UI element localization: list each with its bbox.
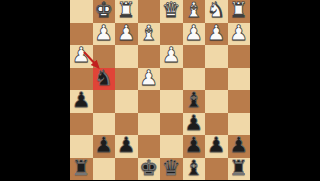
square-h5: ♟ xyxy=(70,90,93,113)
square-h6 xyxy=(70,113,93,136)
white-pawn: ♟ xyxy=(229,22,248,44)
video-frame: ♚♜♛♝♞♜♟♟♝♟♟♟♟♟♞♟♟♝♟♟♟♟♟♟♜♚♛♝♜ xyxy=(0,0,320,180)
black-pawn: ♟ xyxy=(117,134,136,156)
square-b1: ♞ xyxy=(205,0,228,23)
black-queen: ♛ xyxy=(162,157,181,179)
square-f2: ♟ xyxy=(115,23,138,46)
square-b2: ♟ xyxy=(205,23,228,46)
white-rook: ♜ xyxy=(117,0,136,21)
square-b8 xyxy=(205,158,228,181)
square-f5 xyxy=(115,90,138,113)
square-e4: ♟ xyxy=(138,68,161,91)
black-pawn: ♟ xyxy=(207,134,226,156)
black-pawn: ♟ xyxy=(229,134,248,156)
square-c4 xyxy=(183,68,206,91)
square-f7: ♟ xyxy=(115,135,138,158)
left-letterbox-bar xyxy=(0,0,70,180)
square-h3: ♟ xyxy=(70,45,93,68)
square-g2: ♟ xyxy=(93,23,116,46)
square-c6: ♟ xyxy=(183,113,206,136)
square-g8 xyxy=(93,158,116,181)
square-b7: ♟ xyxy=(205,135,228,158)
white-queen: ♛ xyxy=(162,0,181,21)
black-bishop: ♝ xyxy=(184,89,203,111)
square-g7: ♟ xyxy=(93,135,116,158)
square-a5 xyxy=(228,90,251,113)
square-d6 xyxy=(160,113,183,136)
right-letterbox-bar xyxy=(250,0,320,180)
square-d1: ♛ xyxy=(160,0,183,23)
square-c2: ♟ xyxy=(183,23,206,46)
black-pawn: ♟ xyxy=(184,134,203,156)
white-pawn: ♟ xyxy=(72,44,91,66)
square-a7: ♟ xyxy=(228,135,251,158)
square-e6 xyxy=(138,113,161,136)
white-king: ♚ xyxy=(94,0,113,21)
square-c5: ♝ xyxy=(183,90,206,113)
white-pawn: ♟ xyxy=(94,22,113,44)
square-h4 xyxy=(70,68,93,91)
square-d5 xyxy=(160,90,183,113)
white-knight: ♞ xyxy=(207,0,226,21)
white-pawn: ♟ xyxy=(184,22,203,44)
square-d7 xyxy=(160,135,183,158)
black-pawn: ♟ xyxy=(184,112,203,134)
square-b3 xyxy=(205,45,228,68)
white-pawn: ♟ xyxy=(207,22,226,44)
square-a1: ♜ xyxy=(228,0,251,23)
square-f8 xyxy=(115,158,138,181)
square-e2: ♝ xyxy=(138,23,161,46)
square-g3 xyxy=(93,45,116,68)
square-e3 xyxy=(138,45,161,68)
square-g1: ♚ xyxy=(93,0,116,23)
white-pawn: ♟ xyxy=(117,22,136,44)
square-g5 xyxy=(93,90,116,113)
black-pawn: ♟ xyxy=(72,89,91,111)
square-d8: ♛ xyxy=(160,158,183,181)
square-c1: ♝ xyxy=(183,0,206,23)
black-rook: ♜ xyxy=(72,157,91,179)
square-h2 xyxy=(70,23,93,46)
square-a6 xyxy=(228,113,251,136)
black-knight: ♞ xyxy=(94,67,113,89)
white-bishop: ♝ xyxy=(184,0,203,21)
square-e8: ♚ xyxy=(138,158,161,181)
square-e5 xyxy=(138,90,161,113)
square-b5 xyxy=(205,90,228,113)
black-king: ♚ xyxy=(139,157,158,179)
square-e1 xyxy=(138,0,161,23)
black-bishop: ♝ xyxy=(184,157,203,179)
white-pawn: ♟ xyxy=(162,44,181,66)
square-b6 xyxy=(205,113,228,136)
square-f1: ♜ xyxy=(115,0,138,23)
white-rook: ♜ xyxy=(229,0,248,21)
square-h7 xyxy=(70,135,93,158)
square-f4 xyxy=(115,68,138,91)
square-h1 xyxy=(70,0,93,23)
white-bishop: ♝ xyxy=(139,22,158,44)
square-f6 xyxy=(115,113,138,136)
square-a8: ♜ xyxy=(228,158,251,181)
square-a3 xyxy=(228,45,251,68)
square-h8: ♜ xyxy=(70,158,93,181)
square-d3: ♟ xyxy=(160,45,183,68)
square-b4 xyxy=(205,68,228,91)
square-c8: ♝ xyxy=(183,158,206,181)
square-d4 xyxy=(160,68,183,91)
black-rook: ♜ xyxy=(229,157,248,179)
white-pawn: ♟ xyxy=(139,67,158,89)
black-pawn: ♟ xyxy=(94,134,113,156)
square-a4 xyxy=(228,68,251,91)
square-c7: ♟ xyxy=(183,135,206,158)
square-d2 xyxy=(160,23,183,46)
square-g6 xyxy=(93,113,116,136)
chess-board: ♚♜♛♝♞♜♟♟♝♟♟♟♟♟♞♟♟♝♟♟♟♟♟♟♜♚♛♝♜ xyxy=(70,0,250,180)
square-a2: ♟ xyxy=(228,23,251,46)
square-e7 xyxy=(138,135,161,158)
square-c3 xyxy=(183,45,206,68)
square-g4: ♞ xyxy=(93,68,116,91)
square-f3 xyxy=(115,45,138,68)
